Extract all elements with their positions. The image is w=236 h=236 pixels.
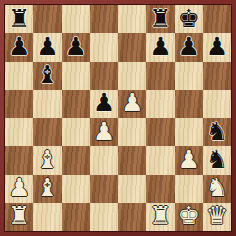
- square-h5[interactable]: [203, 90, 231, 118]
- square-f1[interactable]: ♜: [146, 203, 174, 231]
- square-h4[interactable]: ♞: [203, 118, 231, 146]
- square-h3[interactable]: ♞: [203, 146, 231, 174]
- square-f7[interactable]: ♟: [146, 33, 174, 61]
- white-queen-h1[interactable]: ♛: [206, 203, 228, 228]
- black-pawn-h7[interactable]: ♟: [206, 34, 228, 59]
- square-h2[interactable]: ♞: [203, 175, 231, 203]
- square-c4[interactable]: [62, 118, 90, 146]
- square-a4[interactable]: [5, 118, 33, 146]
- square-g4[interactable]: [175, 118, 203, 146]
- square-d6[interactable]: [90, 62, 118, 90]
- white-knight-h2[interactable]: ♞: [206, 175, 228, 200]
- black-pawn-b7[interactable]: ♟: [36, 34, 58, 59]
- square-g6[interactable]: [175, 62, 203, 90]
- black-rook-a8[interactable]: ♜: [8, 6, 30, 31]
- black-knight-h4[interactable]: ♞: [206, 119, 228, 144]
- square-a1[interactable]: ♜: [5, 203, 33, 231]
- black-rook-f8[interactable]: ♜: [149, 6, 171, 31]
- square-c5[interactable]: [62, 90, 90, 118]
- square-f3[interactable]: [146, 146, 174, 174]
- black-king-g8[interactable]: ♚: [177, 6, 199, 31]
- square-b4[interactable]: [33, 118, 61, 146]
- black-pawn-a7[interactable]: ♟: [8, 34, 30, 59]
- square-d4[interactable]: ♟: [90, 118, 118, 146]
- square-f4[interactable]: [146, 118, 174, 146]
- black-bishop-b6[interactable]: ♝: [36, 62, 58, 87]
- square-e1[interactable]: [118, 203, 146, 231]
- chess-board: ♜♜♚♟♟♟♟♟♟♝♟♟♟♞♝♟♞♟♝♞♜♜♚♛: [5, 5, 231, 231]
- square-b1[interactable]: [33, 203, 61, 231]
- black-knight-h3[interactable]: ♞: [206, 147, 228, 172]
- black-pawn-f7[interactable]: ♟: [149, 34, 171, 59]
- square-f6[interactable]: [146, 62, 174, 90]
- square-g1[interactable]: ♚: [175, 203, 203, 231]
- square-a8[interactable]: ♜: [5, 5, 33, 33]
- white-pawn-a2[interactable]: ♟: [8, 175, 30, 200]
- square-a6[interactable]: [5, 62, 33, 90]
- white-pawn-e5[interactable]: ♟: [121, 90, 143, 115]
- square-a2[interactable]: ♟: [5, 175, 33, 203]
- square-e7[interactable]: [118, 33, 146, 61]
- square-e8[interactable]: [118, 5, 146, 33]
- square-h7[interactable]: ♟: [203, 33, 231, 61]
- square-h8[interactable]: [203, 5, 231, 33]
- square-b2[interactable]: ♝: [33, 175, 61, 203]
- square-e4[interactable]: [118, 118, 146, 146]
- square-d3[interactable]: [90, 146, 118, 174]
- square-d1[interactable]: [90, 203, 118, 231]
- square-a7[interactable]: ♟: [5, 33, 33, 61]
- square-d5[interactable]: ♟: [90, 90, 118, 118]
- square-c3[interactable]: [62, 146, 90, 174]
- white-king-g1[interactable]: ♚: [177, 203, 199, 228]
- square-d7[interactable]: [90, 33, 118, 61]
- square-d2[interactable]: [90, 175, 118, 203]
- square-c7[interactable]: ♟: [62, 33, 90, 61]
- square-f8[interactable]: ♜: [146, 5, 174, 33]
- square-b6[interactable]: ♝: [33, 62, 61, 90]
- square-e3[interactable]: [118, 146, 146, 174]
- square-g7[interactable]: ♟: [175, 33, 203, 61]
- square-b3[interactable]: ♝: [33, 146, 61, 174]
- square-c1[interactable]: [62, 203, 90, 231]
- white-rook-f1[interactable]: ♜: [149, 203, 171, 228]
- black-pawn-c7[interactable]: ♟: [64, 34, 86, 59]
- square-b7[interactable]: ♟: [33, 33, 61, 61]
- square-g8[interactable]: ♚: [175, 5, 203, 33]
- black-pawn-d5[interactable]: ♟: [93, 90, 115, 115]
- square-g3[interactable]: ♟: [175, 146, 203, 174]
- square-h6[interactable]: [203, 62, 231, 90]
- white-bishop-b3[interactable]: ♝: [36, 147, 58, 172]
- square-f2[interactable]: [146, 175, 174, 203]
- square-b5[interactable]: [33, 90, 61, 118]
- black-pawn-g7[interactable]: ♟: [177, 34, 199, 59]
- square-c8[interactable]: [62, 5, 90, 33]
- white-rook-a1[interactable]: ♜: [8, 203, 30, 228]
- square-c2[interactable]: [62, 175, 90, 203]
- square-g2[interactable]: [175, 175, 203, 203]
- square-e2[interactable]: [118, 175, 146, 203]
- square-g5[interactable]: [175, 90, 203, 118]
- square-f5[interactable]: [146, 90, 174, 118]
- board-frame: ♜♜♚♟♟♟♟♟♟♝♟♟♟♞♝♟♞♟♝♞♜♜♚♛: [0, 0, 236, 236]
- square-c6[interactable]: [62, 62, 90, 90]
- white-pawn-g3[interactable]: ♟: [177, 147, 199, 172]
- white-pawn-d4[interactable]: ♟: [93, 119, 115, 144]
- square-a3[interactable]: [5, 146, 33, 174]
- square-e6[interactable]: [118, 62, 146, 90]
- square-h1[interactable]: ♛: [203, 203, 231, 231]
- square-d8[interactable]: [90, 5, 118, 33]
- square-a5[interactable]: [5, 90, 33, 118]
- square-e5[interactable]: ♟: [118, 90, 146, 118]
- square-b8[interactable]: [33, 5, 61, 33]
- white-bishop-b2[interactable]: ♝: [36, 175, 58, 200]
